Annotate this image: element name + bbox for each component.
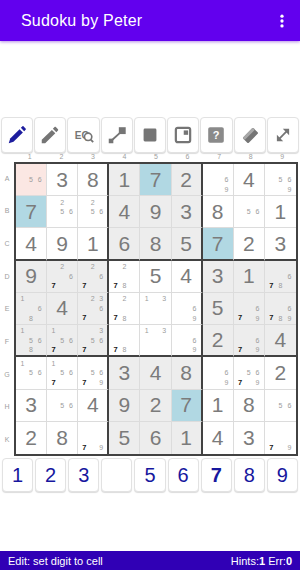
- cell-value: 4: [275, 328, 287, 352]
- pencil-marks: 78: [111, 326, 137, 354]
- cell-F8[interactable]: 679: [234, 325, 265, 357]
- cell-A3[interactable]: 8: [78, 164, 109, 196]
- cell-value: 2: [212, 328, 224, 352]
- cell-D3[interactable]: 267: [78, 261, 109, 293]
- row-label-A: A: [5, 175, 10, 182]
- cell-D7[interactable]: 3: [203, 261, 234, 293]
- cell-value: 8: [56, 426, 68, 450]
- cell-value: 9: [119, 393, 131, 417]
- col-label-4: 4: [109, 153, 141, 161]
- cell-value: 7: [25, 200, 37, 224]
- pen-icon: [6, 124, 28, 146]
- row-label-F: F: [5, 338, 9, 345]
- pencil-marks: 56: [236, 197, 262, 226]
- col-label-8: 8: [235, 153, 267, 161]
- pencil-marks: 256: [49, 197, 75, 226]
- cell-B1[interactable]: 7: [16, 196, 47, 228]
- cell-E4[interactable]: 278: [109, 293, 140, 325]
- cell-value: 7: [150, 168, 162, 192]
- cell-B4[interactable]: 4: [109, 196, 140, 228]
- pencil-marks: 2367: [80, 294, 105, 323]
- cell-value: 8: [180, 361, 192, 385]
- cell-value: 1: [87, 232, 99, 256]
- hints-count: 1: [259, 555, 265, 567]
- svg-text:?: ?: [213, 129, 220, 141]
- cell-value: 7: [212, 232, 224, 256]
- row-label-G: G: [4, 371, 9, 378]
- cell-value: 3: [119, 361, 131, 385]
- cell-value: 8: [243, 393, 255, 417]
- cell-D8[interactable]: 1: [234, 261, 265, 293]
- question-mark-icon: ?: [205, 124, 227, 146]
- eq-magnifier-icon: EQ: [72, 124, 96, 146]
- cell-G4[interactable]: 3: [109, 357, 140, 389]
- cell-value: 3: [180, 200, 192, 224]
- cell-H9[interactable]: 56: [265, 390, 296, 422]
- cell-K9[interactable]: 79: [265, 422, 296, 454]
- cell-G5[interactable]: 4: [140, 357, 171, 389]
- cell-C3[interactable]: 1: [78, 228, 109, 260]
- sudoku-grid: 5638172694569725625649385614916857239267…: [14, 162, 298, 456]
- cell-C2[interactable]: 9: [47, 228, 78, 260]
- region-tool-button[interactable]: [167, 117, 199, 153]
- link-tool-button[interactable]: [101, 117, 133, 153]
- pencil-marks: 79: [80, 423, 105, 453]
- pencil-marks: 1567: [49, 326, 75, 354]
- cell-value: 4: [56, 296, 68, 320]
- line-link-icon: [106, 124, 128, 146]
- row-labels: ABCDEFGHK: [0, 162, 14, 456]
- cell-value: 3: [275, 232, 287, 256]
- status-counters: Hints:1 Err:0: [231, 555, 292, 567]
- cell-K6[interactable]: 1: [172, 422, 203, 454]
- cell-C9[interactable]: 3: [265, 228, 296, 260]
- pencil-marks: 69: [205, 358, 231, 387]
- cell-K2[interactable]: 8: [47, 422, 78, 454]
- row-label-C: C: [4, 240, 9, 247]
- cell-G1[interactable]: 156: [16, 357, 47, 389]
- cell-value: 3: [56, 168, 68, 192]
- cell-H2[interactable]: 56: [47, 390, 78, 422]
- cell-A1[interactable]: 56: [16, 164, 47, 196]
- cell-K5[interactable]: 6: [140, 422, 171, 454]
- pencil-marks: 1568: [18, 326, 44, 354]
- status-mode-text: Edit: set digit to cell: [8, 555, 103, 567]
- row-label-D: D: [4, 273, 9, 280]
- cell-D2[interactable]: 267: [47, 261, 78, 293]
- cell-E2[interactable]: 4: [47, 293, 78, 325]
- kebab-menu-icon[interactable]: [270, 9, 294, 33]
- digit-button-row: 12356789: [2, 458, 298, 492]
- cell-value: 1: [180, 426, 192, 450]
- cell-E7[interactable]: 5: [203, 293, 234, 325]
- sudoku-board: ABCDEFGHK 563817269456972562564938561491…: [0, 162, 298, 456]
- cell-value: 6: [150, 426, 162, 450]
- cell-C5[interactable]: 8: [140, 228, 171, 260]
- cell-F4[interactable]: 78: [109, 325, 140, 357]
- cell-C7[interactable]: 7: [203, 228, 234, 260]
- cell-A9[interactable]: 569: [265, 164, 296, 196]
- pencil-marks: 678: [267, 262, 294, 291]
- cell-C4[interactable]: 6: [109, 228, 140, 260]
- pencil-marks: 1567: [49, 358, 75, 387]
- digit-button-2[interactable]: 2: [35, 458, 66, 492]
- cell-B2[interactable]: 256: [47, 196, 78, 228]
- digit-button-4-empty[interactable]: [101, 458, 132, 492]
- help-tool-button[interactable]: ?: [200, 117, 232, 153]
- digit-button-1[interactable]: 1: [2, 458, 33, 492]
- cell-value: 4: [150, 361, 162, 385]
- cell-E6[interactable]: 69: [172, 293, 203, 325]
- cell-G3[interactable]: 5679: [78, 357, 109, 389]
- cell-value: 2: [275, 361, 287, 385]
- cell-value: 9: [150, 200, 162, 224]
- query-tool-button[interactable]: EQ: [67, 117, 99, 153]
- cell-value: 2: [243, 232, 255, 256]
- tool-bar: EQ?: [1, 117, 299, 153]
- pencil-marks: 5679: [236, 358, 262, 387]
- row-label-E: E: [5, 305, 10, 312]
- cell-E8[interactable]: 679: [234, 293, 265, 325]
- cell-value: 5: [212, 296, 224, 320]
- cell-value: 5: [150, 264, 162, 288]
- cell-value: 4: [212, 426, 224, 450]
- pencil-marks: 256: [80, 197, 105, 226]
- pencil-marks: 156: [18, 358, 44, 387]
- cell-F3[interactable]: 3567: [78, 325, 109, 357]
- cell-value: 4: [87, 393, 99, 417]
- cell-K1[interactable]: 2: [16, 422, 47, 454]
- cell-D5[interactable]: 5: [140, 261, 171, 293]
- digit-button-8[interactable]: 8: [234, 458, 265, 492]
- cell-H1[interactable]: 3: [16, 390, 47, 422]
- digit-button-9[interactable]: 9: [267, 458, 298, 492]
- pencil-marks: 267: [80, 262, 105, 291]
- column-labels: 123456789: [14, 153, 298, 161]
- pencil-marks: 267: [49, 262, 75, 291]
- cell-value: 3: [212, 264, 224, 288]
- cell-value: 4: [25, 232, 37, 256]
- cell-H4[interactable]: 9: [109, 390, 140, 422]
- pencil-marks: 69: [174, 326, 199, 354]
- col-label-6: 6: [172, 153, 204, 161]
- col-label-2: 2: [46, 153, 78, 161]
- pencil-marks: 3567: [80, 326, 105, 354]
- cell-H3[interactable]: 4: [78, 390, 109, 422]
- row-label-H: H: [4, 403, 9, 410]
- expand-tool-button[interactable]: [267, 117, 299, 153]
- cell-E9[interactable]: 6789: [265, 293, 296, 325]
- cell-B5[interactable]: 9: [140, 196, 171, 228]
- row-label-B: B: [5, 207, 10, 214]
- cell-A4[interactable]: 1: [109, 164, 140, 196]
- cell-value: 3: [243, 426, 255, 450]
- cell-value: 5: [180, 232, 192, 256]
- cell-C6[interactable]: 5: [172, 228, 203, 260]
- pencil-marks: 56: [267, 391, 294, 420]
- pencil-marks: 56: [49, 391, 75, 420]
- cell-B7[interactable]: 8: [203, 196, 234, 228]
- col-label-9: 9: [266, 153, 298, 161]
- cell-D9[interactable]: 678: [265, 261, 296, 293]
- cell-value: 1: [275, 200, 287, 224]
- cell-D1[interactable]: 9: [16, 261, 47, 293]
- cell-value: 9: [25, 264, 37, 288]
- cell-D6[interactable]: 4: [172, 261, 203, 293]
- fill-square-tool-button[interactable]: [134, 117, 166, 153]
- cell-value: 2: [180, 168, 192, 192]
- cell-F1[interactable]: 1568: [16, 325, 47, 357]
- pencil-marks: 5679: [80, 358, 105, 387]
- cell-B9[interactable]: 1: [265, 196, 296, 228]
- digit-button-7[interactable]: 7: [201, 458, 232, 492]
- cell-B6[interactable]: 3: [172, 196, 203, 228]
- cell-F7[interactable]: 2: [203, 325, 234, 357]
- cell-C8[interactable]: 2: [234, 228, 265, 260]
- cell-C1[interactable]: 4: [16, 228, 47, 260]
- pencil-marks: 168: [18, 294, 44, 323]
- pen-tool-button[interactable]: [1, 117, 33, 153]
- pencil-marks: 13: [142, 326, 168, 354]
- cell-H8[interactable]: 8: [234, 390, 265, 422]
- pencil-marks: 679: [236, 294, 262, 323]
- expand-arrows-icon: [272, 124, 294, 146]
- cell-value: 5: [119, 426, 131, 450]
- pencil-marks: 69: [174, 294, 199, 323]
- cell-K8[interactable]: 3: [234, 422, 265, 454]
- pencil-marks: 278: [111, 294, 137, 323]
- cell-E5[interactable]: 13: [140, 293, 171, 325]
- cell-F2[interactable]: 1567: [47, 325, 78, 357]
- filled-square-icon: [139, 124, 161, 146]
- cell-K7[interactable]: 4: [203, 422, 234, 454]
- cell-A5[interactable]: 7: [140, 164, 171, 196]
- cell-B8[interactable]: 56: [234, 196, 265, 228]
- cell-value: 2: [25, 426, 37, 450]
- digit-button-5[interactable]: 5: [134, 458, 165, 492]
- cell-G2[interactable]: 1567: [47, 357, 78, 389]
- cell-value: 1: [243, 264, 255, 288]
- cell-E1[interactable]: 168: [16, 293, 47, 325]
- cell-A7[interactable]: 69: [203, 164, 234, 196]
- cell-F5[interactable]: 13: [140, 325, 171, 357]
- cell-G9[interactable]: 2: [265, 357, 296, 389]
- row-label-K: K: [5, 436, 10, 443]
- cell-F6[interactable]: 69: [172, 325, 203, 357]
- col-label-3: 3: [77, 153, 109, 161]
- error-count: 0: [286, 555, 292, 567]
- digit-button-3[interactable]: 3: [68, 458, 99, 492]
- cell-H6[interactable]: 7: [172, 390, 203, 422]
- cell-G6[interactable]: 8: [172, 357, 203, 389]
- eraser-icon: [239, 124, 261, 146]
- app-title: Sudoku by Peter: [21, 12, 142, 30]
- cell-value: 4: [119, 200, 131, 224]
- cell-A2[interactable]: 3: [47, 164, 78, 196]
- cell-H7[interactable]: 1: [203, 390, 234, 422]
- cell-value: 9: [56, 232, 68, 256]
- cell-G7[interactable]: 69: [203, 357, 234, 389]
- pencil-marks: 69: [205, 165, 231, 194]
- cell-B3[interactable]: 256: [78, 196, 109, 228]
- pencil-icon: [39, 124, 61, 146]
- col-label-5: 5: [140, 153, 172, 161]
- cell-D4[interactable]: 278: [109, 261, 140, 293]
- cell-value: 6: [119, 232, 131, 256]
- status-bar: Edit: set digit to cell Hints:1 Err:0: [0, 551, 300, 570]
- pencil-marks: 56: [18, 165, 44, 194]
- cell-A6[interactable]: 2: [172, 164, 203, 196]
- cell-E3[interactable]: 2367: [78, 293, 109, 325]
- cell-A8[interactable]: 4: [234, 164, 265, 196]
- eraser-tool-button[interactable]: [234, 117, 266, 153]
- cell-value: 4: [180, 264, 192, 288]
- pencil-tool-button[interactable]: [34, 117, 66, 153]
- cell-K4[interactable]: 5: [109, 422, 140, 454]
- pencil-marks: 13: [142, 294, 168, 323]
- cell-F9[interactable]: 4: [265, 325, 296, 357]
- cell-value: 1: [119, 168, 131, 192]
- pencil-marks: 679: [236, 326, 262, 354]
- cell-value: 8: [87, 168, 99, 192]
- cell-H5[interactable]: 2: [140, 390, 171, 422]
- cell-value: 4: [243, 168, 255, 192]
- square-corner-icon: [172, 124, 194, 146]
- col-label-7: 7: [203, 153, 235, 161]
- cell-value: 3: [25, 393, 37, 417]
- app-bar: Sudoku by Peter: [0, 0, 300, 41]
- pencil-marks: 6789: [267, 294, 294, 323]
- digit-button-6[interactable]: 6: [168, 458, 199, 492]
- cell-value: 2: [150, 393, 162, 417]
- cell-value: 8: [212, 200, 224, 224]
- pencil-marks: 79: [267, 423, 294, 453]
- cell-K3[interactable]: 79: [78, 422, 109, 454]
- cell-value: 1: [212, 393, 224, 417]
- cell-value: 7: [180, 393, 192, 417]
- col-label-1: 1: [14, 153, 46, 161]
- pencil-marks: 569: [267, 165, 294, 194]
- cell-G8[interactable]: 5679: [234, 357, 265, 389]
- cell-value: 8: [150, 232, 162, 256]
- pencil-marks: 278: [111, 262, 137, 291]
